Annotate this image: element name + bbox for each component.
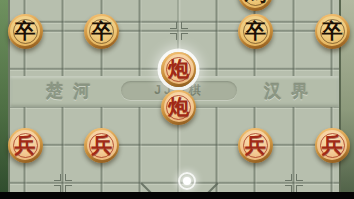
piece-red-cannon-e4[interactable]: 炮	[161, 52, 196, 87]
point-marker-e3	[168, 20, 190, 42]
piece-red-cannon-e5[interactable]: 炮	[161, 90, 196, 125]
point-marker-b7	[52, 172, 74, 194]
piece-face: 兵	[317, 130, 347, 160]
piece-glyph: 兵	[245, 135, 266, 156]
piece-glyph: 兵	[91, 135, 112, 156]
piece-face: 卒	[317, 16, 347, 46]
piece-red-pawn-i6[interactable]: 兵	[315, 128, 350, 163]
piece-black-pawn-g3[interactable]: 卒	[238, 14, 273, 49]
piece-black-horse-g2[interactable]: 馬	[238, 0, 273, 11]
piece-face: 卒	[240, 16, 270, 46]
move-origin-marker	[178, 172, 196, 190]
piece-black-pawn-c3[interactable]: 卒	[84, 14, 119, 49]
piece-black-pawn-i3[interactable]: 卒	[315, 14, 350, 49]
piece-glyph: 兵	[15, 135, 36, 156]
piece-glyph: 卒	[322, 21, 343, 42]
bottom-letterbox-bar	[0, 192, 354, 199]
piece-face: 兵	[10, 130, 40, 160]
piece-glyph: 卒	[245, 21, 266, 42]
point-marker-h7	[283, 172, 305, 194]
xiangqi-board[interactable]: 楚河 汉界 JJ象棋 馬卒卒卒卒炮炮兵兵兵兵	[8, 0, 341, 199]
piece-face: 炮	[164, 92, 194, 122]
piece-red-pawn-a6[interactable]: 兵	[8, 128, 43, 163]
piece-face: 馬	[240, 0, 270, 8]
piece-glyph: 炮	[168, 97, 189, 118]
piece-face: 卒	[87, 16, 117, 46]
river-label-chu-he: 楚河	[46, 80, 100, 103]
piece-glyph: 卒	[15, 21, 36, 42]
piece-glyph: 兵	[322, 135, 343, 156]
piece-face: 卒	[10, 16, 40, 46]
piece-red-pawn-g6[interactable]: 兵	[238, 128, 273, 163]
piece-face: 兵	[240, 130, 270, 160]
piece-black-pawn-a3[interactable]: 卒	[8, 14, 43, 49]
piece-red-pawn-c6[interactable]: 兵	[84, 128, 119, 163]
piece-glyph: 馬	[245, 0, 266, 4]
piece-glyph: 炮	[168, 59, 189, 80]
piece-face: 兵	[87, 130, 117, 160]
piece-face: 炮	[164, 54, 194, 84]
river-label-han-jie: 汉界	[264, 80, 318, 103]
piece-glyph: 卒	[91, 21, 112, 42]
xiangqi-game-screen: 楚河 汉界 JJ象棋 馬卒卒卒卒炮炮兵兵兵兵	[0, 0, 354, 199]
